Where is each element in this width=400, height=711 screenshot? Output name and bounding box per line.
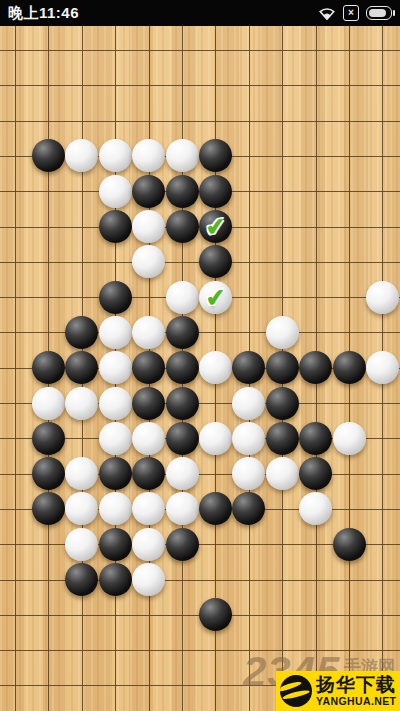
- last-move-check-icon: ✔: [197, 279, 233, 315]
- white-stone[interactable]: [132, 139, 165, 172]
- white-stone[interactable]: [199, 422, 232, 455]
- white-stone[interactable]: [299, 492, 332, 525]
- black-stone[interactable]: [32, 422, 65, 455]
- grid-line-horizontal: [0, 121, 400, 122]
- black-stone[interactable]: [132, 387, 165, 420]
- white-stone[interactable]: [166, 492, 199, 525]
- battery-fill: [369, 9, 386, 17]
- black-stone[interactable]: [166, 387, 199, 420]
- white-stone[interactable]: [65, 457, 98, 490]
- black-stone[interactable]: [166, 210, 199, 243]
- white-stone[interactable]: [99, 175, 132, 208]
- black-stone[interactable]: [166, 316, 199, 349]
- white-stone[interactable]: [366, 351, 399, 384]
- white-stone[interactable]: [32, 387, 65, 420]
- status-icons: ×: [318, 5, 392, 21]
- black-stone[interactable]: [132, 457, 165, 490]
- yanghua-logo-icon: [280, 675, 312, 707]
- black-stone[interactable]: [299, 422, 332, 455]
- white-stone[interactable]: [232, 457, 265, 490]
- go-board[interactable]: ✔✔: [0, 26, 400, 711]
- white-stone[interactable]: [232, 387, 265, 420]
- status-bar: 晚上11:46 ×: [0, 0, 400, 26]
- last-move-check-icon: ✔: [197, 208, 233, 244]
- black-stone[interactable]: [199, 598, 232, 631]
- black-stone[interactable]: [99, 210, 132, 243]
- black-stone[interactable]: [266, 422, 299, 455]
- white-stone[interactable]: [65, 528, 98, 561]
- white-stone[interactable]: [99, 492, 132, 525]
- grid-line-horizontal: [0, 580, 400, 581]
- white-stone[interactable]: [132, 245, 165, 278]
- black-stone[interactable]: [32, 351, 65, 384]
- black-stone[interactable]: [299, 457, 332, 490]
- black-stone[interactable]: [299, 351, 332, 384]
- white-stone[interactable]: [99, 387, 132, 420]
- black-stone[interactable]: [99, 563, 132, 596]
- battery-icon: [366, 6, 392, 20]
- black-stone[interactable]: [32, 139, 65, 172]
- black-stone[interactable]: [232, 351, 265, 384]
- black-stone[interactable]: [132, 175, 165, 208]
- black-stone[interactable]: [232, 492, 265, 525]
- black-stone[interactable]: [32, 457, 65, 490]
- white-stone[interactable]: [99, 422, 132, 455]
- white-stone[interactable]: [65, 387, 98, 420]
- white-stone[interactable]: [99, 316, 132, 349]
- white-stone[interactable]: [266, 457, 299, 490]
- battery-nub: [393, 10, 396, 16]
- black-stone[interactable]: [65, 351, 98, 384]
- black-stone[interactable]: [99, 528, 132, 561]
- white-stone[interactable]: [232, 422, 265, 455]
- white-stone[interactable]: [199, 351, 232, 384]
- black-stone[interactable]: [199, 492, 232, 525]
- grid-line-horizontal: [0, 332, 400, 333]
- grid-line-horizontal: [0, 85, 400, 86]
- white-stone[interactable]: [166, 139, 199, 172]
- white-stone[interactable]: [132, 422, 165, 455]
- black-stone[interactable]: [166, 351, 199, 384]
- black-stone[interactable]: [132, 351, 165, 384]
- badge-title: 扬华下载: [316, 675, 396, 694]
- white-stone[interactable]: [266, 316, 299, 349]
- white-stone[interactable]: [99, 139, 132, 172]
- black-stone[interactable]: [266, 387, 299, 420]
- white-stone[interactable]: [132, 316, 165, 349]
- badge-domain: YANGHUA.NET: [316, 696, 396, 707]
- phone-screen: 晚上11:46 × ✔✔ 2345 手游网 扬华下载 YANGHUA.NET: [0, 0, 400, 711]
- white-stone[interactable]: [166, 457, 199, 490]
- wifi-icon: [318, 7, 336, 20]
- black-stone[interactable]: [166, 175, 199, 208]
- black-stone[interactable]: [199, 175, 232, 208]
- black-stone[interactable]: [199, 139, 232, 172]
- white-stone[interactable]: [132, 563, 165, 596]
- white-stone[interactable]: [132, 492, 165, 525]
- black-stone[interactable]: [166, 422, 199, 455]
- black-stone[interactable]: [266, 351, 299, 384]
- white-stone[interactable]: [65, 492, 98, 525]
- clock-time: 晚上11:46: [8, 4, 79, 23]
- sim-missing-icon: ×: [343, 5, 359, 21]
- black-stone[interactable]: [99, 281, 132, 314]
- white-stone[interactable]: [132, 210, 165, 243]
- white-stone[interactable]: [366, 281, 399, 314]
- black-stone[interactable]: [199, 245, 232, 278]
- white-stone[interactable]: [333, 422, 366, 455]
- black-stone[interactable]: [65, 316, 98, 349]
- white-stone[interactable]: [166, 281, 199, 314]
- white-stone[interactable]: [132, 528, 165, 561]
- white-stone[interactable]: [99, 351, 132, 384]
- white-stone[interactable]: [65, 139, 98, 172]
- grid-line-horizontal: [0, 50, 400, 51]
- black-stone[interactable]: [166, 528, 199, 561]
- black-stone[interactable]: [99, 457, 132, 490]
- black-stone[interactable]: [333, 351, 366, 384]
- black-stone[interactable]: [65, 563, 98, 596]
- black-stone[interactable]: [32, 492, 65, 525]
- black-stone[interactable]: [333, 528, 366, 561]
- yanghua-download-badge[interactable]: 扬华下载 YANGHUA.NET: [276, 671, 400, 711]
